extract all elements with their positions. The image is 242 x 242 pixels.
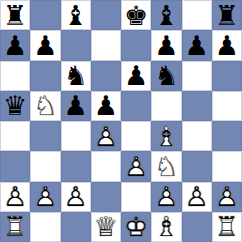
piece-outline-glyph: ♗ [152, 122, 180, 150]
square-b1[interactable] [30, 212, 60, 242]
black-knight[interactable]: ♞ [62, 62, 90, 90]
square-h5[interactable] [212, 91, 242, 121]
piece-fill-glyph: ♞ [152, 62, 180, 90]
piece-outline-glyph: ♙ [31, 183, 59, 211]
square-g6[interactable] [182, 61, 212, 91]
white-pawn[interactable]: ♟♙ [62, 183, 90, 211]
square-a7[interactable]: ♟ [0, 30, 30, 60]
square-h4[interactable] [212, 121, 242, 151]
black-pawn[interactable]: ♟ [1, 31, 29, 59]
piece-fill-glyph: ♟ [122, 62, 150, 90]
piece-outline-glyph: ♙ [1, 183, 29, 211]
white-pawn[interactable]: ♟♙ [183, 183, 211, 211]
square-c7[interactable] [61, 30, 91, 60]
square-c8[interactable]: ♝ [61, 0, 91, 30]
square-b6[interactable] [30, 61, 60, 91]
square-c6[interactable]: ♞ [61, 61, 91, 91]
white-rook[interactable]: ♜♖ [213, 213, 241, 241]
square-b2[interactable]: ♟♙ [30, 182, 60, 212]
piece-fill-glyph: ♞ [62, 62, 90, 90]
square-c4[interactable] [61, 121, 91, 151]
square-c1[interactable] [61, 212, 91, 242]
piece-outline-glyph: ♙ [183, 183, 211, 211]
square-f3[interactable]: ♞♘ [151, 151, 181, 181]
square-e1[interactable]: ♚♔ [121, 212, 151, 242]
square-c2[interactable]: ♟♙ [61, 182, 91, 212]
square-d5[interactable]: ♟ [91, 91, 121, 121]
square-f1[interactable]: ♝♗ [151, 212, 181, 242]
square-f2[interactable]: ♟♙ [151, 182, 181, 212]
white-rook[interactable]: ♜♖ [1, 213, 29, 241]
square-a1[interactable]: ♜♖ [0, 212, 30, 242]
piece-outline-glyph: ♕ [92, 213, 120, 241]
piece-fill-glyph: ♟ [92, 92, 120, 120]
piece-fill-glyph: ♜ [213, 1, 241, 29]
square-e3[interactable]: ♟♙ [121, 151, 151, 181]
square-h6[interactable] [212, 61, 242, 91]
square-a2[interactable]: ♟♙ [0, 182, 30, 212]
white-pawn[interactable]: ♟♙ [92, 122, 120, 150]
square-f4[interactable]: ♝♗ [151, 121, 181, 151]
piece-outline-glyph: ♗ [152, 213, 180, 241]
black-pawn[interactable]: ♟ [122, 62, 150, 90]
square-e2[interactable] [121, 182, 151, 212]
black-pawn[interactable]: ♟ [152, 31, 180, 59]
white-pawn[interactable]: ♟♙ [1, 183, 29, 211]
black-pawn[interactable]: ♟ [92, 92, 120, 120]
black-pawn[interactable]: ♟ [213, 31, 241, 59]
black-pawn[interactable]: ♟ [62, 92, 90, 120]
white-knight[interactable]: ♞♘ [31, 92, 59, 120]
piece-outline-glyph: ♙ [62, 183, 90, 211]
black-bishop[interactable]: ♝ [62, 1, 90, 29]
square-b5[interactable]: ♞♘ [30, 91, 60, 121]
square-e7[interactable] [121, 30, 151, 60]
square-d3[interactable] [91, 151, 121, 181]
black-pawn[interactable]: ♟ [183, 31, 211, 59]
piece-fill-glyph: ♟ [31, 31, 59, 59]
piece-outline-glyph: ♖ [213, 213, 241, 241]
square-h1[interactable]: ♜♖ [212, 212, 242, 242]
square-d2[interactable] [91, 182, 121, 212]
white-pawn[interactable]: ♟♙ [122, 152, 150, 180]
black-king[interactable]: ♚ [122, 1, 150, 29]
square-c5[interactable]: ♟ [61, 91, 91, 121]
square-b3[interactable] [30, 151, 60, 181]
white-king[interactable]: ♚♔ [122, 213, 150, 241]
square-a6[interactable] [0, 61, 30, 91]
square-d7[interactable] [91, 30, 121, 60]
black-queen[interactable]: ♛ [1, 92, 29, 120]
square-a8[interactable]: ♜ [0, 0, 30, 30]
piece-fill-glyph: ♟ [213, 31, 241, 59]
square-d8[interactable] [91, 0, 121, 30]
square-e6[interactable]: ♟ [121, 61, 151, 91]
square-g1[interactable] [182, 212, 212, 242]
square-e4[interactable] [121, 121, 151, 151]
black-pawn[interactable]: ♟ [31, 31, 59, 59]
square-f6[interactable]: ♞ [151, 61, 181, 91]
piece-fill-glyph: ♟ [1, 31, 29, 59]
piece-outline-glyph: ♘ [31, 92, 59, 120]
piece-outline-glyph: ♙ [92, 122, 120, 150]
piece-outline-glyph: ♙ [122, 152, 150, 180]
square-a3[interactable] [0, 151, 30, 181]
square-d6[interactable] [91, 61, 121, 91]
square-a5[interactable]: ♛ [0, 91, 30, 121]
piece-fill-glyph: ♜ [1, 1, 29, 29]
square-h3[interactable] [212, 151, 242, 181]
square-e8[interactable]: ♚ [121, 0, 151, 30]
square-g2[interactable]: ♟♙ [182, 182, 212, 212]
white-knight[interactable]: ♞♘ [152, 152, 180, 180]
piece-fill-glyph: ♚ [122, 1, 150, 29]
white-pawn[interactable]: ♟♙ [152, 183, 180, 211]
piece-fill-glyph: ♟ [183, 31, 211, 59]
piece-outline-glyph: ♔ [122, 213, 150, 241]
black-rook[interactable]: ♜ [213, 1, 241, 29]
square-g8[interactable] [182, 0, 212, 30]
white-queen[interactable]: ♛♕ [92, 213, 120, 241]
square-d1[interactable]: ♛♕ [91, 212, 121, 242]
square-a4[interactable] [0, 121, 30, 151]
white-bishop[interactable]: ♝♗ [152, 213, 180, 241]
square-h8[interactable]: ♜ [212, 0, 242, 30]
square-g7[interactable]: ♟ [182, 30, 212, 60]
white-pawn[interactable]: ♟♙ [31, 183, 59, 211]
square-d4[interactable]: ♟♙ [91, 121, 121, 151]
square-g3[interactable] [182, 151, 212, 181]
piece-fill-glyph: ♝ [152, 1, 180, 29]
square-b8[interactable] [30, 0, 60, 30]
piece-fill-glyph: ♟ [62, 92, 90, 120]
piece-outline-glyph: ♙ [152, 183, 180, 211]
chess-board-container: ♜♝♚♝♜♟♟♟♟♟♞♟♞♛♞♘♟♟♟♙♝♗♟♙♞♘♟♙♟♙♟♙♟♙♟♙♟♙♜♖… [0, 0, 242, 242]
black-bishop[interactable]: ♝ [152, 1, 180, 29]
square-h7[interactable]: ♟ [212, 30, 242, 60]
square-g5[interactable] [182, 91, 212, 121]
piece-outline-glyph: ♘ [152, 152, 180, 180]
square-g4[interactable] [182, 121, 212, 151]
black-rook[interactable]: ♜ [1, 1, 29, 29]
square-c3[interactable] [61, 151, 91, 181]
square-e5[interactable] [121, 91, 151, 121]
square-b7[interactable]: ♟ [30, 30, 60, 60]
square-f7[interactable]: ♟ [151, 30, 181, 60]
square-h2[interactable]: ♟♙ [212, 182, 242, 212]
white-pawn[interactable]: ♟♙ [213, 183, 241, 211]
piece-fill-glyph: ♟ [152, 31, 180, 59]
square-f5[interactable] [151, 91, 181, 121]
square-b4[interactable] [30, 121, 60, 151]
white-bishop[interactable]: ♝♗ [152, 122, 180, 150]
chess-board: ♜♝♚♝♜♟♟♟♟♟♞♟♞♛♞♘♟♟♟♙♝♗♟♙♞♘♟♙♟♙♟♙♟♙♟♙♟♙♜♖… [0, 0, 242, 242]
piece-outline-glyph: ♖ [1, 213, 29, 241]
piece-fill-glyph: ♝ [62, 1, 90, 29]
piece-fill-glyph: ♛ [1, 92, 29, 120]
black-knight[interactable]: ♞ [152, 62, 180, 90]
square-f8[interactable]: ♝ [151, 0, 181, 30]
piece-outline-glyph: ♙ [213, 183, 241, 211]
